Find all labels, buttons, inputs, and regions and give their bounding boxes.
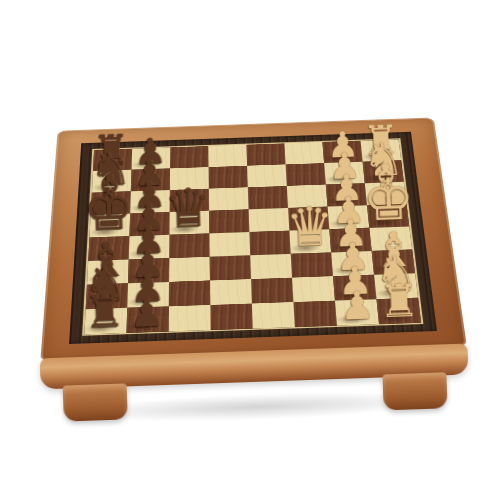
board-foot-left	[63, 383, 128, 421]
white-pawn[interactable]: ♟	[339, 287, 375, 325]
square-h4[interactable]	[246, 143, 285, 165]
board-scene: ♜♟♟♜♞♟♟♞♝♟♟♝♚♟♛♟♚♟♛♟♝♟♟♝♞♟♟♞♜♟♟♜	[40, 118, 467, 362]
square-c6[interactable]	[169, 257, 210, 282]
square-h3[interactable]	[284, 142, 324, 164]
square-h6[interactable]	[170, 146, 209, 168]
square-c5[interactable]	[210, 255, 251, 280]
square-a2[interactable]: ♟	[335, 299, 379, 326]
square-b3[interactable]	[292, 276, 335, 302]
board-foot-right	[382, 372, 447, 410]
square-g5[interactable]	[209, 166, 248, 189]
square-a1[interactable]: ♜	[377, 298, 422, 324]
square-g4[interactable]	[247, 164, 287, 187]
chess-board: ♜♟♟♜♞♟♟♞♝♟♟♝♚♟♛♟♚♟♛♟♝♟♟♝♞♟♟♞♜♟♟♜	[84, 139, 421, 334]
square-d6[interactable]	[169, 233, 209, 258]
black-pawn[interactable]: ♟	[129, 294, 165, 332]
white-king[interactable]: ♚	[362, 172, 415, 228]
square-e4[interactable]	[249, 208, 290, 232]
square-h5[interactable]	[208, 145, 247, 167]
square-c3[interactable]	[291, 252, 333, 277]
square-b4[interactable]	[251, 278, 293, 304]
black-queen[interactable]: ♛	[164, 182, 213, 234]
board-frame: ♜♟♟♜♞♟♟♞♝♟♟♝♚♟♛♟♚♟♛♟♝♟♟♝♞♟♟♞♜♟♟♜	[40, 118, 467, 362]
photo-tilt-wrapper: ♜♟♟♜♞♟♟♞♝♟♟♝♚♟♛♟♚♟♛♟♝♟♟♝♞♟♟♞♜♟♟♜	[0, 0, 500, 500]
black-rook[interactable]: ♜	[84, 289, 126, 333]
black-king[interactable]: ♚	[82, 181, 135, 237]
square-a6[interactable]	[169, 305, 211, 332]
square-e6[interactable]: ♛	[169, 211, 209, 235]
product-photo: ♜♟♟♜♞♟♟♞♝♟♟♝♚♟♛♟♚♟♛♟♝♟♟♝♞♟♟♞♜♟♟♜	[0, 0, 500, 500]
square-d4[interactable]	[249, 231, 290, 256]
square-c4[interactable]	[250, 254, 292, 279]
board-walnut-border: ♜♟♟♜♞♟♟♞♝♟♟♝♚♟♛♟♚♟♛♟♝♟♟♝♞♟♟♞♜♟♟♜	[69, 132, 437, 344]
white-rook[interactable]: ♜	[378, 279, 420, 323]
square-a7[interactable]: ♟	[126, 306, 168, 333]
square-a8[interactable]: ♜	[84, 308, 127, 335]
square-a5[interactable]	[210, 304, 252, 331]
square-g3[interactable]	[286, 163, 326, 186]
square-b5[interactable]	[210, 279, 252, 305]
square-f5[interactable]	[209, 187, 249, 210]
square-b6[interactable]	[169, 280, 211, 306]
square-a3[interactable]	[293, 301, 337, 328]
square-e5[interactable]	[209, 209, 249, 233]
square-d5[interactable]	[209, 232, 250, 257]
square-a4[interactable]	[252, 302, 295, 329]
white-queen[interactable]: ♛	[285, 201, 335, 254]
square-d3[interactable]: ♛	[289, 229, 331, 254]
square-f4[interactable]	[248, 186, 288, 209]
